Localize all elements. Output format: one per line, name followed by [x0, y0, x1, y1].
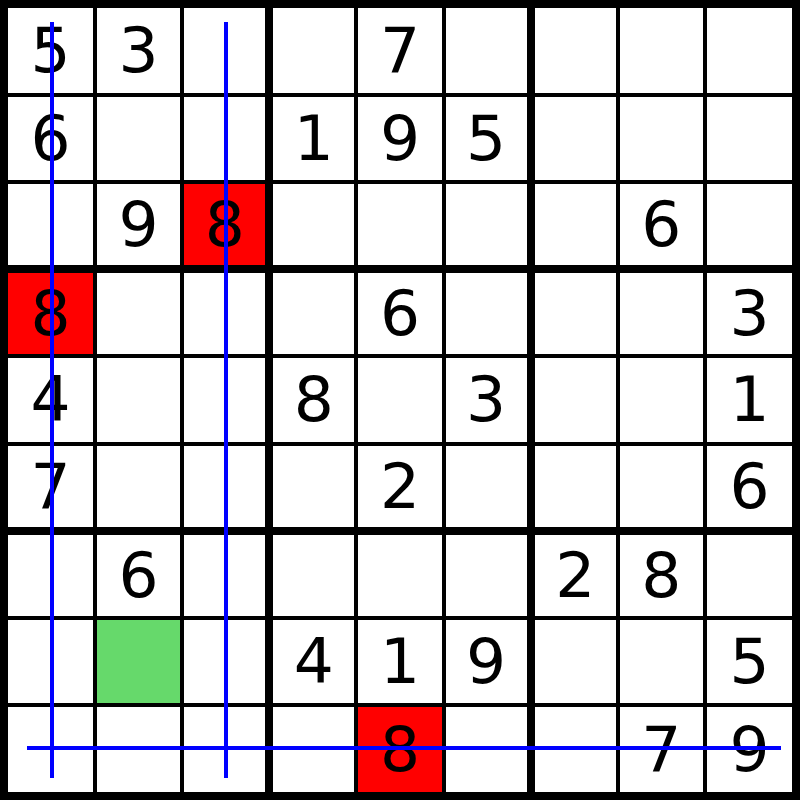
cell-r7c8[interactable]: 8: [618, 531, 705, 618]
cell-r7c7[interactable]: 2: [531, 531, 618, 618]
cell-r1c2[interactable]: 3: [95, 8, 182, 95]
cell-r5c7[interactable]: [531, 356, 618, 443]
cell-r1c3[interactable]: [182, 8, 269, 95]
cell-r4c9[interactable]: 3: [705, 269, 792, 356]
cell-r1c1[interactable]: 5: [8, 8, 95, 95]
cell-r9c7[interactable]: [531, 705, 618, 792]
cell-r4c8[interactable]: [618, 269, 705, 356]
cell-r2c8[interactable]: [618, 95, 705, 182]
cell-r5c4[interactable]: 8: [269, 356, 356, 443]
cell-r2c9[interactable]: [705, 95, 792, 182]
cell-r5c1[interactable]: 4: [8, 356, 95, 443]
cell-r9c2[interactable]: [95, 705, 182, 792]
cell-r1c8[interactable]: [618, 8, 705, 95]
cell-r8c8[interactable]: [618, 618, 705, 705]
cell-r4c4[interactable]: [269, 269, 356, 356]
cell-r9c5-highlight-red[interactable]: 8: [356, 705, 443, 792]
cell-r8c1[interactable]: [8, 618, 95, 705]
sudoku-puzzle: 537619598686348317266284195879: [0, 0, 800, 800]
cell-r1c7[interactable]: [531, 8, 618, 95]
cell-r3c7[interactable]: [531, 182, 618, 269]
cell-r1c5[interactable]: 7: [356, 8, 443, 95]
cell-r1c6[interactable]: [444, 8, 531, 95]
cell-r6c9[interactable]: 6: [705, 444, 792, 531]
cell-r8c9[interactable]: 5: [705, 618, 792, 705]
cell-r7c4[interactable]: [269, 531, 356, 618]
cell-r9c3[interactable]: [182, 705, 269, 792]
cell-r3c3-highlight-red[interactable]: 8: [182, 182, 269, 269]
cell-r4c1-highlight-red[interactable]: 8: [8, 269, 95, 356]
cell-r5c8[interactable]: [618, 356, 705, 443]
cell-r4c3[interactable]: [182, 269, 269, 356]
cell-r6c3[interactable]: [182, 444, 269, 531]
cell-r2c5[interactable]: 9: [356, 95, 443, 182]
cell-r6c5[interactable]: 2: [356, 444, 443, 531]
cell-r5c6[interactable]: 3: [444, 356, 531, 443]
cell-r5c2[interactable]: [95, 356, 182, 443]
cell-r7c3[interactable]: [182, 531, 269, 618]
cell-r2c4[interactable]: 1: [269, 95, 356, 182]
cell-r5c3[interactable]: [182, 356, 269, 443]
cell-r2c3[interactable]: [182, 95, 269, 182]
cell-r4c7[interactable]: [531, 269, 618, 356]
cell-r5c5[interactable]: [356, 356, 443, 443]
cell-r3c9[interactable]: [705, 182, 792, 269]
cell-r2c2[interactable]: [95, 95, 182, 182]
cell-r8c3[interactable]: [182, 618, 269, 705]
cell-r5c9[interactable]: 1: [705, 356, 792, 443]
sudoku-board: 537619598686348317266284195879: [0, 0, 800, 800]
cell-r2c7[interactable]: [531, 95, 618, 182]
cell-r8c7[interactable]: [531, 618, 618, 705]
cell-r7c6[interactable]: [444, 531, 531, 618]
cell-r6c4[interactable]: [269, 444, 356, 531]
cell-r3c8[interactable]: 6: [618, 182, 705, 269]
cell-r6c2[interactable]: [95, 444, 182, 531]
cell-r7c2[interactable]: 6: [95, 531, 182, 618]
cell-r3c6[interactable]: [444, 182, 531, 269]
cell-r9c6[interactable]: [444, 705, 531, 792]
cell-r8c4[interactable]: 4: [269, 618, 356, 705]
cell-r6c1[interactable]: 7: [8, 444, 95, 531]
cell-r6c6[interactable]: [444, 444, 531, 531]
cell-r9c1[interactable]: [8, 705, 95, 792]
cell-r7c9[interactable]: [705, 531, 792, 618]
cell-r7c1[interactable]: [8, 531, 95, 618]
cell-r9c4[interactable]: [269, 705, 356, 792]
cell-r8c6[interactable]: 9: [444, 618, 531, 705]
cell-r8c2-highlight-green[interactable]: [95, 618, 182, 705]
cell-r3c4[interactable]: [269, 182, 356, 269]
cell-r3c2[interactable]: 9: [95, 182, 182, 269]
cell-r4c2[interactable]: [95, 269, 182, 356]
cell-r9c8[interactable]: 7: [618, 705, 705, 792]
cell-r7c5[interactable]: [356, 531, 443, 618]
cell-r3c5[interactable]: [356, 182, 443, 269]
cell-r9c9[interactable]: 9: [705, 705, 792, 792]
cell-r6c8[interactable]: [618, 444, 705, 531]
cell-r4c5[interactable]: 6: [356, 269, 443, 356]
cell-r4c6[interactable]: [444, 269, 531, 356]
cell-r2c6[interactable]: 5: [444, 95, 531, 182]
cell-r3c1[interactable]: [8, 182, 95, 269]
cell-r1c9[interactable]: [705, 8, 792, 95]
cell-r2c1[interactable]: 6: [8, 95, 95, 182]
cell-r1c4[interactable]: [269, 8, 356, 95]
cell-r8c5[interactable]: 1: [356, 618, 443, 705]
cell-r6c7[interactable]: [531, 444, 618, 531]
